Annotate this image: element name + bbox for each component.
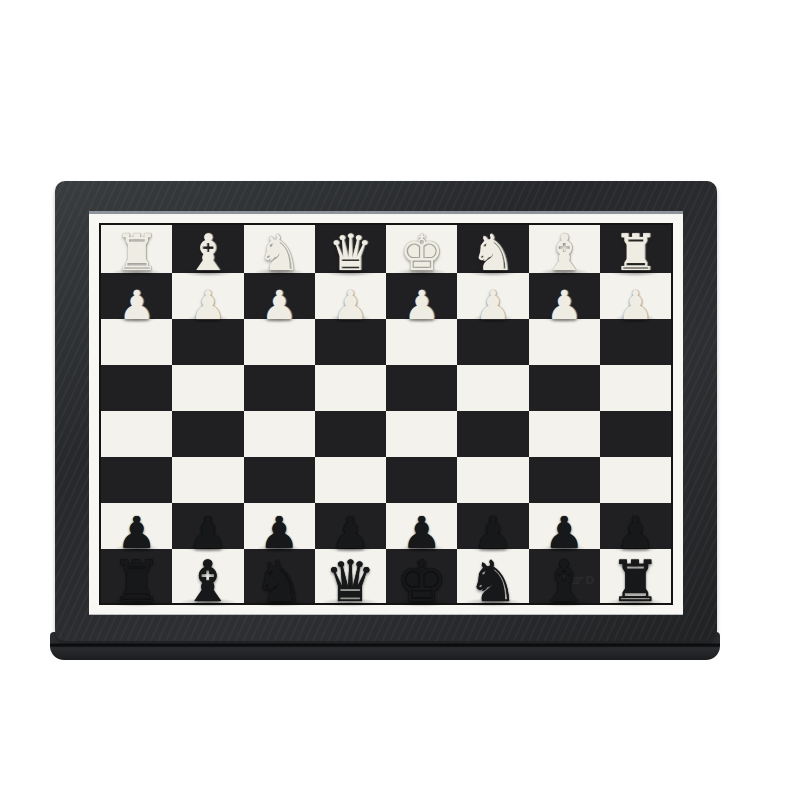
square-a1[interactable]: ♜ bbox=[600, 225, 671, 273]
white-pawn[interactable]: ♟ bbox=[546, 286, 582, 324]
square-f8[interactable]: ♞ bbox=[244, 549, 315, 603]
square-e7[interactable]: ♟ bbox=[315, 503, 386, 549]
square-a5[interactable] bbox=[600, 411, 671, 457]
square-a7[interactable]: ♟ bbox=[600, 503, 671, 549]
square-e1[interactable]: ♛ bbox=[315, 225, 386, 273]
white-king[interactable]: ♚ bbox=[399, 230, 444, 278]
square-c4[interactable] bbox=[457, 365, 528, 411]
square-c5[interactable] bbox=[457, 411, 528, 457]
square-b1[interactable]: ♝ bbox=[529, 225, 600, 273]
black-queen[interactable]: ♛ bbox=[325, 554, 376, 608]
white-pawn[interactable]: ♟ bbox=[261, 286, 297, 324]
square-c7[interactable]: ♟ bbox=[457, 503, 528, 549]
white-bishop[interactable]: ♝ bbox=[185, 230, 230, 278]
square-e8[interactable]: ♛ bbox=[315, 549, 386, 603]
board-outline: ♜♝♞♛♚♞♝♜♟♟♟♟♟♟♟♟♟♟♟♟♟♟♟♟♜♝♞♛♚♞♝♜ D bbox=[99, 223, 673, 605]
board-frame: ♜♝♞♛♚♞♝♜♟♟♟♟♟♟♟♟♟♟♟♟♟♟♟♟♜♝♞♛♚♞♝♜ D bbox=[55, 181, 717, 641]
square-e6[interactable] bbox=[315, 457, 386, 503]
square-e5[interactable] bbox=[315, 411, 386, 457]
black-king[interactable]: ♚ bbox=[396, 554, 447, 608]
white-pawn[interactable]: ♟ bbox=[404, 286, 440, 324]
board-card: ♜♝♞♛♚♞♝♜♟♟♟♟♟♟♟♟♟♟♟♟♟♟♟♟♜♝♞♛♚♞♝♜ D bbox=[89, 211, 683, 615]
white-pawn[interactable]: ♟ bbox=[617, 286, 653, 324]
black-bishop[interactable]: ♝ bbox=[182, 554, 233, 608]
square-f4[interactable] bbox=[244, 365, 315, 411]
square-b6[interactable] bbox=[529, 457, 600, 503]
square-a6[interactable] bbox=[600, 457, 671, 503]
square-d8[interactable]: ♚ bbox=[386, 549, 457, 603]
square-b4[interactable] bbox=[529, 365, 600, 411]
square-g1[interactable]: ♝ bbox=[172, 225, 243, 273]
square-h8[interactable]: ♜ bbox=[101, 549, 172, 603]
white-pawn[interactable]: ♟ bbox=[119, 286, 155, 324]
white-knight[interactable]: ♞ bbox=[257, 230, 302, 278]
white-bishop[interactable]: ♝ bbox=[542, 230, 587, 278]
square-d6[interactable] bbox=[386, 457, 457, 503]
square-h7[interactable]: ♟ bbox=[101, 503, 172, 549]
square-f1[interactable]: ♞ bbox=[244, 225, 315, 273]
black-rook[interactable]: ♜ bbox=[111, 554, 162, 608]
white-rook[interactable]: ♜ bbox=[114, 230, 159, 278]
square-c8[interactable]: ♞ bbox=[457, 549, 528, 603]
product-photo: ♜♝♞♛♚♞♝♜♟♟♟♟♟♟♟♟♟♟♟♟♟♟♟♟♜♝♞♛♚♞♝♜ D bbox=[0, 0, 800, 800]
square-g4[interactable] bbox=[172, 365, 243, 411]
square-b8[interactable]: ♝ bbox=[529, 549, 600, 603]
square-a4[interactable] bbox=[600, 365, 671, 411]
square-c1[interactable]: ♞ bbox=[457, 225, 528, 273]
square-d5[interactable] bbox=[386, 411, 457, 457]
white-rook[interactable]: ♜ bbox=[613, 230, 658, 278]
white-queen[interactable]: ♛ bbox=[328, 230, 373, 278]
square-h6[interactable] bbox=[101, 457, 172, 503]
square-d1[interactable]: ♚ bbox=[386, 225, 457, 273]
square-h4[interactable] bbox=[101, 365, 172, 411]
black-bishop[interactable]: ♝ bbox=[539, 554, 590, 608]
square-g6[interactable] bbox=[172, 457, 243, 503]
square-d4[interactable] bbox=[386, 365, 457, 411]
square-d7[interactable]: ♟ bbox=[386, 503, 457, 549]
chess-board: ♜♝♞♛♚♞♝♜♟♟♟♟♟♟♟♟♟♟♟♟♟♟♟♟♜♝♞♛♚♞♝♜ bbox=[101, 225, 671, 603]
square-e4[interactable] bbox=[315, 365, 386, 411]
square-c6[interactable] bbox=[457, 457, 528, 503]
square-g8[interactable]: ♝ bbox=[172, 549, 243, 603]
black-knight[interactable]: ♞ bbox=[467, 554, 518, 608]
square-h1[interactable]: ♜ bbox=[101, 225, 172, 273]
square-h5[interactable] bbox=[101, 411, 172, 457]
white-pawn[interactable]: ♟ bbox=[475, 286, 511, 324]
square-f7[interactable]: ♟ bbox=[244, 503, 315, 549]
square-g7[interactable]: ♟ bbox=[172, 503, 243, 549]
white-knight[interactable]: ♞ bbox=[470, 230, 515, 278]
black-knight[interactable]: ♞ bbox=[254, 554, 305, 608]
square-b5[interactable] bbox=[529, 411, 600, 457]
black-rook[interactable]: ♜ bbox=[610, 554, 661, 608]
square-g5[interactable] bbox=[172, 411, 243, 457]
square-f5[interactable] bbox=[244, 411, 315, 457]
square-b7[interactable]: ♟ bbox=[529, 503, 600, 549]
square-f6[interactable] bbox=[244, 457, 315, 503]
square-a8[interactable]: ♜ bbox=[600, 549, 671, 603]
white-pawn[interactable]: ♟ bbox=[190, 286, 226, 324]
white-pawn[interactable]: ♟ bbox=[332, 286, 368, 324]
